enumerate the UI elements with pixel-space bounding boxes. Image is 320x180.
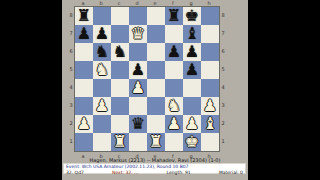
rank-label: 6 (220, 42, 226, 60)
square-h8[interactable] (201, 7, 219, 25)
material-label: Material: 0 (219, 170, 243, 176)
square-f1[interactable] (165, 133, 183, 151)
square-c2[interactable] (111, 115, 129, 133)
piece-white-pawn: ♟ (203, 97, 217, 115)
next-move-label: Next: 32. ... (112, 170, 138, 176)
piece-white-pawn: ♟ (185, 115, 199, 133)
square-d1[interactable] (129, 133, 147, 151)
square-g5[interactable]: ♟ (183, 61, 201, 79)
square-c8[interactable] (111, 7, 129, 25)
letterbox-left (0, 0, 62, 180)
square-h6[interactable] (201, 43, 219, 61)
piece-white-queen: ♛ (131, 25, 145, 43)
piece-black-knight: ♞ (95, 43, 109, 61)
square-h3[interactable]: ♟ (201, 97, 219, 115)
square-g1[interactable]: ♚ (183, 133, 201, 151)
piece-white-knight: ♞ (167, 97, 181, 115)
square-b4[interactable] (93, 79, 111, 97)
piece-black-king: ♚ (185, 7, 199, 25)
square-h7[interactable] (201, 25, 219, 43)
square-c1[interactable]: ♜ (111, 133, 129, 151)
piece-black-rook: ♜ (167, 7, 181, 25)
rank-label: 7 (220, 24, 226, 42)
square-e3[interactable] (147, 97, 165, 115)
square-f6[interactable]: ♟ (165, 43, 183, 61)
square-e2[interactable] (147, 115, 165, 133)
square-f3[interactable]: ♞ (165, 97, 183, 115)
square-a7[interactable]: ♟ (75, 25, 93, 43)
piece-white-pawn: ♟ (131, 79, 145, 97)
piece-black-knight: ♞ (113, 43, 127, 61)
rank-label: 8 (220, 6, 226, 24)
square-d6[interactable] (129, 43, 147, 61)
square-c7[interactable] (111, 25, 129, 43)
square-c3[interactable] (111, 97, 129, 115)
square-f5[interactable] (165, 61, 183, 79)
piece-white-rook: ♜ (113, 133, 127, 151)
piece-black-rook: ♜ (77, 7, 91, 25)
piece-black-pawn: ♟ (77, 25, 91, 43)
move-status-line: 32. Qd7 Next: 32. ... Length: 91 Materia… (66, 170, 243, 176)
square-a8[interactable]: ♜ (75, 7, 93, 25)
square-d3[interactable] (129, 97, 147, 115)
chess-board[interactable]: ♜♜♚♟♟♛♝♞♞♟♟♞♟♟♟♟♞♟♟♛♟♟♝♜♜♚ (74, 6, 220, 152)
square-a4[interactable] (75, 79, 93, 97)
piece-white-king: ♚ (185, 133, 199, 151)
square-b3[interactable]: ♟ (93, 97, 111, 115)
piece-black-pawn: ♟ (95, 25, 109, 43)
square-f7[interactable] (165, 25, 183, 43)
square-b5[interactable]: ♞ (93, 61, 111, 79)
square-h5[interactable] (201, 61, 219, 79)
square-b7[interactable]: ♟ (93, 25, 111, 43)
square-d5[interactable]: ♟ (129, 61, 147, 79)
square-f8[interactable]: ♜ (165, 7, 183, 25)
square-e8[interactable] (147, 7, 165, 25)
rank-labels-right: 87654321 (220, 6, 226, 150)
rank-label: 2 (220, 114, 226, 132)
square-g4[interactable] (183, 79, 201, 97)
rank-label: 3 (220, 96, 226, 114)
square-b6[interactable]: ♞ (93, 43, 111, 61)
rank-label: 1 (220, 132, 226, 150)
square-d2[interactable]: ♛ (129, 115, 147, 133)
square-g3[interactable] (183, 97, 201, 115)
rank-label: 5 (220, 60, 226, 78)
square-e5[interactable] (147, 61, 165, 79)
square-f2[interactable]: ♟ (165, 115, 183, 133)
video-frame: abcdefgh 87654321 ♜♜♚♟♟♛♝♞♞♟♟♞♟♟♟♟♞♟♟♛♟♟… (0, 0, 320, 180)
piece-black-pawn: ♟ (185, 61, 199, 79)
length-label: Length: 91 (167, 170, 191, 176)
square-a5[interactable] (75, 61, 93, 79)
square-a2[interactable]: ♟ (75, 115, 93, 133)
square-c6[interactable]: ♞ (111, 43, 129, 61)
square-b1[interactable] (93, 133, 111, 151)
square-g8[interactable]: ♚ (183, 7, 201, 25)
square-e7[interactable] (147, 25, 165, 43)
square-a3[interactable] (75, 97, 93, 115)
chess-app-panel: abcdefgh 87654321 ♜♜♚♟♟♛♝♞♞♟♟♞♟♟♟♟♞♟♟♛♟♟… (62, 0, 248, 180)
square-b8[interactable] (93, 7, 111, 25)
square-g2[interactable]: ♟ (183, 115, 201, 133)
piece-black-bishop: ♝ (185, 25, 199, 43)
square-e6[interactable] (147, 43, 165, 61)
game-info-box: Event: Wch USA Amateur (2002.11.23), Rou… (63, 163, 246, 174)
square-d8[interactable] (129, 7, 147, 25)
piece-white-bishop: ♝ (203, 115, 217, 133)
square-b2[interactable] (93, 115, 111, 133)
square-h1[interactable] (201, 133, 219, 151)
piece-white-pawn: ♟ (167, 115, 181, 133)
square-h4[interactable] (201, 79, 219, 97)
piece-black-pawn: ♟ (167, 43, 181, 61)
square-a6[interactable] (75, 43, 93, 61)
square-g7[interactable]: ♝ (183, 25, 201, 43)
square-h2[interactable]: ♝ (201, 115, 219, 133)
square-f4[interactable] (165, 79, 183, 97)
piece-black-queen: ♛ (131, 115, 145, 133)
square-d4[interactable]: ♟ (129, 79, 147, 97)
square-e4[interactable] (147, 79, 165, 97)
letterbox-right (248, 0, 320, 180)
square-a1[interactable] (75, 133, 93, 151)
piece-black-pawn: ♟ (131, 61, 145, 79)
square-e1[interactable]: ♜ (147, 133, 165, 151)
piece-white-rook: ♜ (149, 133, 163, 151)
piece-black-pawn: ♟ (185, 43, 199, 61)
square-c5[interactable] (111, 61, 129, 79)
piece-white-pawn: ♟ (95, 97, 109, 115)
piece-white-pawn: ♟ (77, 115, 91, 133)
square-d7[interactable]: ♛ (129, 25, 147, 43)
last-move-label: 32. Qd7 (66, 170, 84, 176)
rank-label: 4 (220, 78, 226, 96)
square-g6[interactable]: ♟ (183, 43, 201, 61)
piece-white-knight: ♞ (95, 61, 109, 79)
square-c4[interactable] (111, 79, 129, 97)
